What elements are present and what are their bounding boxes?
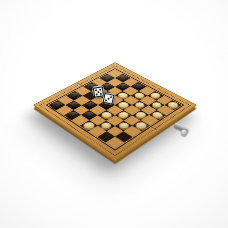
die-2[interactable]: ⚂	[102, 92, 115, 105]
game-board[interactable]	[34, 63, 195, 159]
product-photo-scene: ⚄ ⚂	[0, 0, 228, 228]
board-field	[49, 70, 182, 149]
metal-clasp	[172, 122, 189, 136]
